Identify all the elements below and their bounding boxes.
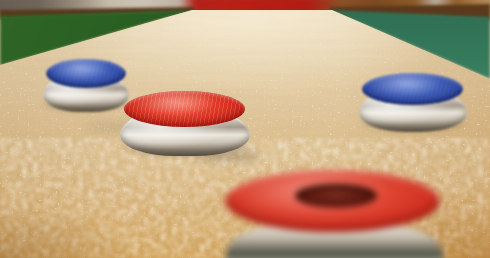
- puck-red-1: [120, 91, 250, 155]
- puck-red-2: [222, 166, 444, 258]
- puck-center-recess: [295, 184, 377, 208]
- background-room-strip: [0, 0, 490, 17]
- puck-cap: [124, 91, 245, 127]
- shuffleboard-photo: [0, 0, 490, 258]
- puck-cap: [46, 59, 126, 88]
- puck-cap: [362, 73, 462, 105]
- puck-blue-1: [43, 59, 129, 111]
- puck-blue-2: [359, 73, 467, 131]
